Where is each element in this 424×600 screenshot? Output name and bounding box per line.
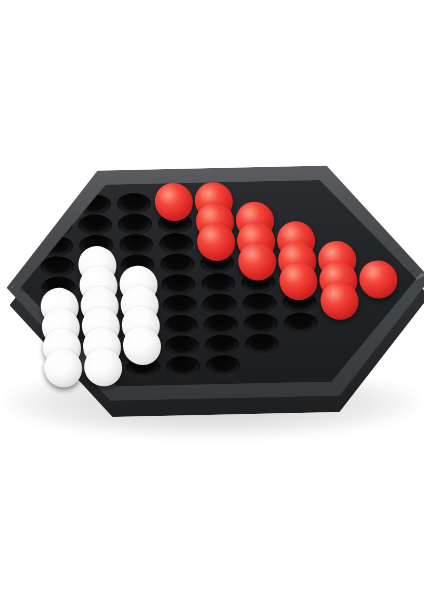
- cell-B6[interactable]: [244, 333, 279, 355]
- cell-G5[interactable]: [119, 233, 154, 255]
- cell-A4[interactable]: [166, 355, 201, 377]
- cell-I7[interactable]: [116, 193, 151, 215]
- board-wrap: [0, 163, 424, 403]
- cell-I6[interactable]: [76, 193, 111, 215]
- cell-E5[interactable]: [201, 273, 236, 295]
- cell-D6[interactable]: [242, 292, 277, 314]
- cell-I5[interactable]: [36, 194, 71, 216]
- cell-F2[interactable]: [40, 256, 75, 278]
- cell-D4[interactable]: [162, 294, 197, 316]
- cell-C7[interactable]: [283, 312, 318, 334]
- cell-A5[interactable]: [206, 354, 241, 376]
- cell-E4[interactable]: [161, 274, 196, 296]
- cell-C6[interactable]: [243, 313, 278, 335]
- cell-H5[interactable]: [78, 214, 113, 236]
- photo-canvas: [0, 0, 424, 600]
- cell-C5[interactable]: [203, 314, 238, 336]
- cell-H4[interactable]: [38, 215, 73, 237]
- cell-B4[interactable]: [164, 335, 199, 357]
- cell-H6[interactable]: [118, 213, 153, 235]
- cell-G6[interactable]: [159, 233, 194, 255]
- cell-F5[interactable]: [160, 253, 195, 275]
- cell-G3[interactable]: [39, 235, 74, 257]
- cell-B5[interactable]: [204, 334, 239, 356]
- cell-D5[interactable]: [202, 293, 237, 315]
- cell-C4[interactable]: [163, 314, 198, 336]
- abalone-board: [0, 163, 424, 403]
